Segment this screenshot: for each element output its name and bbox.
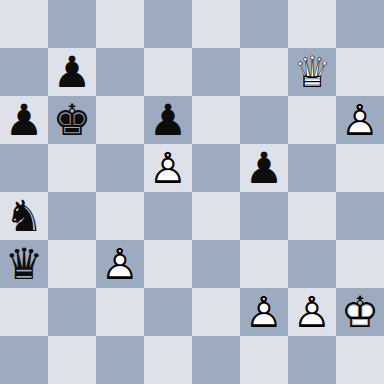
square-h6[interactable]: ♟♙ (336, 96, 384, 144)
square-b5[interactable] (48, 144, 96, 192)
square-c7[interactable] (96, 48, 144, 96)
white-pawn-c3[interactable]: ♟♙ (96, 240, 144, 288)
square-f8[interactable] (240, 0, 288, 48)
square-g4[interactable] (288, 192, 336, 240)
white-king-h2[interactable]: ♚♔ (336, 288, 384, 336)
square-d6[interactable]: ♟ (144, 96, 192, 144)
white-pawn-icon: ♙ (288, 288, 336, 336)
white-pawn-h6[interactable]: ♟♙ (336, 96, 384, 144)
square-d1[interactable] (144, 336, 192, 384)
square-b6[interactable]: ♚ (48, 96, 96, 144)
square-h2[interactable]: ♚♔ (336, 288, 384, 336)
square-h1[interactable] (336, 336, 384, 384)
square-f5[interactable]: ♟ (240, 144, 288, 192)
black-pawn-b7[interactable]: ♟ (48, 48, 96, 96)
white-pawn-icon: ♙ (336, 96, 384, 144)
square-e1[interactable] (192, 336, 240, 384)
white-pawn-icon: ♙ (240, 288, 288, 336)
square-h5[interactable] (336, 144, 384, 192)
square-a8[interactable] (0, 0, 48, 48)
square-d2[interactable] (144, 288, 192, 336)
square-f6[interactable] (240, 96, 288, 144)
square-h4[interactable] (336, 192, 384, 240)
black-pawn-icon: ♟ (48, 48, 96, 96)
white-pawn-icon: ♙ (144, 144, 192, 192)
square-e2[interactable] (192, 288, 240, 336)
square-b1[interactable] (48, 336, 96, 384)
square-f7[interactable] (240, 48, 288, 96)
black-knight-icon: ♞ (0, 192, 48, 240)
white-pawn-icon: ♙ (96, 240, 144, 288)
square-c1[interactable] (96, 336, 144, 384)
black-pawn-icon: ♟ (240, 144, 288, 192)
white-king-icon: ♔ (336, 288, 384, 336)
square-a4[interactable]: ♞ (0, 192, 48, 240)
white-queen-icon: ♕ (288, 48, 336, 96)
black-pawn-icon: ♟ (144, 96, 192, 144)
square-a2[interactable] (0, 288, 48, 336)
square-b3[interactable] (48, 240, 96, 288)
square-b2[interactable] (48, 288, 96, 336)
square-d5[interactable]: ♟♙ (144, 144, 192, 192)
square-d3[interactable] (144, 240, 192, 288)
square-c4[interactable] (96, 192, 144, 240)
black-knight-a4[interactable]: ♞ (0, 192, 48, 240)
square-c5[interactable] (96, 144, 144, 192)
square-a6[interactable]: ♟ (0, 96, 48, 144)
square-g1[interactable] (288, 336, 336, 384)
white-pawn-d5[interactable]: ♟♙ (144, 144, 192, 192)
white-pawn-f2[interactable]: ♟♙ (240, 288, 288, 336)
white-queen-g7[interactable]: ♛♕ (288, 48, 336, 96)
square-g6[interactable] (288, 96, 336, 144)
square-b7[interactable]: ♟ (48, 48, 96, 96)
square-h7[interactable] (336, 48, 384, 96)
square-h8[interactable] (336, 0, 384, 48)
square-g2[interactable]: ♟♙ (288, 288, 336, 336)
square-e4[interactable] (192, 192, 240, 240)
square-g7[interactable]: ♛♕ (288, 48, 336, 96)
square-a7[interactable] (0, 48, 48, 96)
black-pawn-a6[interactable]: ♟ (0, 96, 48, 144)
black-pawn-icon: ♟ (0, 96, 48, 144)
square-b4[interactable] (48, 192, 96, 240)
square-e8[interactable] (192, 0, 240, 48)
square-f2[interactable]: ♟♙ (240, 288, 288, 336)
square-f4[interactable] (240, 192, 288, 240)
black-pawn-d6[interactable]: ♟ (144, 96, 192, 144)
square-a1[interactable] (0, 336, 48, 384)
square-b8[interactable] (48, 0, 96, 48)
square-f3[interactable] (240, 240, 288, 288)
black-queen-a3[interactable]: ♛ (0, 240, 48, 288)
square-e7[interactable] (192, 48, 240, 96)
white-pawn-g2[interactable]: ♟♙ (288, 288, 336, 336)
black-king-b6[interactable]: ♚ (48, 96, 96, 144)
square-c2[interactable] (96, 288, 144, 336)
black-king-icon: ♚ (48, 96, 96, 144)
square-c6[interactable] (96, 96, 144, 144)
chess-board: ♟♛♕♟♚♟♟♙♟♙♟♞♛♟♙♟♙♟♙♚♔ (0, 0, 384, 384)
square-g5[interactable] (288, 144, 336, 192)
black-queen-icon: ♛ (0, 240, 48, 288)
square-d7[interactable] (144, 48, 192, 96)
square-h3[interactable] (336, 240, 384, 288)
square-g8[interactable] (288, 0, 336, 48)
square-e3[interactable] (192, 240, 240, 288)
square-d8[interactable] (144, 0, 192, 48)
square-f1[interactable] (240, 336, 288, 384)
square-d4[interactable] (144, 192, 192, 240)
square-a5[interactable] (0, 144, 48, 192)
square-c3[interactable]: ♟♙ (96, 240, 144, 288)
black-pawn-f5[interactable]: ♟ (240, 144, 288, 192)
square-c8[interactable] (96, 0, 144, 48)
square-a3[interactable]: ♛ (0, 240, 48, 288)
square-e5[interactable] (192, 144, 240, 192)
square-g3[interactable] (288, 240, 336, 288)
square-e6[interactable] (192, 96, 240, 144)
